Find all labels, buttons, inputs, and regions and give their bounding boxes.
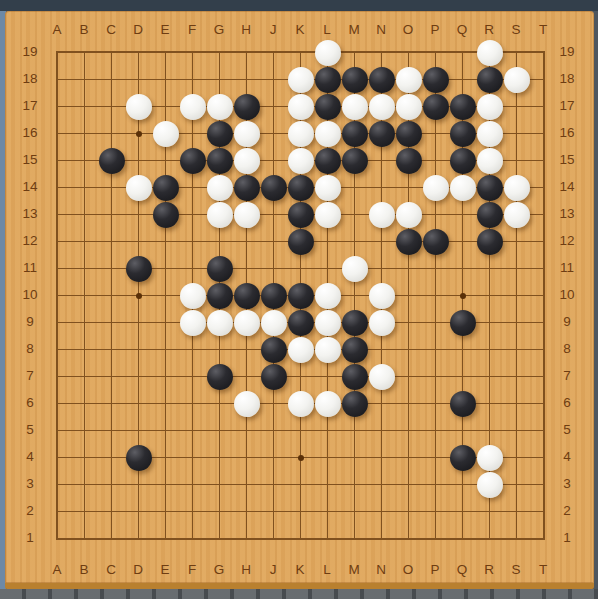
black-stone-M15: [342, 148, 368, 174]
col-label-top-Q: Q: [457, 23, 468, 37]
row-label-right-15: 15: [559, 153, 574, 167]
col-label-bottom-G: G: [214, 563, 225, 577]
black-stone-Q16: [450, 121, 476, 147]
black-stone-P12: [423, 229, 449, 255]
black-stone-G7: [207, 364, 233, 390]
row-label-left-5: 5: [26, 423, 34, 437]
white-stone-G13: [207, 202, 233, 228]
col-label-top-K: K: [295, 23, 304, 37]
row-label-left-8: 8: [26, 342, 34, 356]
white-stone-D14: [126, 175, 152, 201]
white-stone-L13: [315, 202, 341, 228]
black-stone-G15: [207, 148, 233, 174]
black-stone-J7: [261, 364, 287, 390]
black-stone-Q9: [450, 310, 476, 336]
black-stone-E14: [153, 175, 179, 201]
black-stone-K12: [288, 229, 314, 255]
black-stone-R12: [477, 229, 503, 255]
black-stone-H10: [234, 283, 260, 309]
col-label-top-B: B: [79, 23, 88, 37]
white-stone-N7: [369, 364, 395, 390]
black-stone-E13: [153, 202, 179, 228]
col-label-top-L: L: [323, 23, 331, 37]
black-stone-P18: [423, 67, 449, 93]
black-stone-Q17: [450, 94, 476, 120]
white-stone-F9: [180, 310, 206, 336]
black-stone-O16: [396, 121, 422, 147]
white-stone-K16: [288, 121, 314, 147]
go-board[interactable]: AABBCCDDEEFFGGHHJJKKLLMMNNOOPPQQRRSSTT19…: [0, 0, 598, 599]
col-label-top-M: M: [348, 23, 359, 37]
white-stone-R16: [477, 121, 503, 147]
black-stone-C15: [99, 148, 125, 174]
row-label-right-14: 14: [559, 180, 574, 194]
white-stone-H15: [234, 148, 260, 174]
black-stone-D4: [126, 445, 152, 471]
col-label-top-S: S: [511, 23, 520, 37]
col-label-bottom-S: S: [511, 563, 520, 577]
white-stone-N10: [369, 283, 395, 309]
black-stone-N18: [369, 67, 395, 93]
col-label-bottom-Q: Q: [457, 563, 468, 577]
black-stone-G16: [207, 121, 233, 147]
white-stone-R19: [477, 40, 503, 66]
row-label-right-10: 10: [559, 288, 574, 302]
row-label-left-12: 12: [22, 234, 37, 248]
white-stone-R17: [477, 94, 503, 120]
col-label-bottom-T: T: [539, 563, 547, 577]
col-label-bottom-L: L: [323, 563, 331, 577]
black-stone-F15: [180, 148, 206, 174]
col-label-top-C: C: [106, 23, 116, 37]
col-label-top-O: O: [403, 23, 414, 37]
row-label-left-3: 3: [26, 477, 34, 491]
white-stone-K17: [288, 94, 314, 120]
col-label-top-G: G: [214, 23, 225, 37]
white-stone-H13: [234, 202, 260, 228]
row-label-right-9: 9: [563, 315, 571, 329]
col-label-bottom-M: M: [348, 563, 359, 577]
screenshot-root: AABBCCDDEEFFGGHHJJKKLLMMNNOOPPQQRRSSTT19…: [0, 0, 598, 599]
row-label-left-6: 6: [26, 396, 34, 410]
star-point-K4: [298, 455, 304, 461]
row-label-right-6: 6: [563, 396, 571, 410]
white-stone-H16: [234, 121, 260, 147]
row-label-right-8: 8: [563, 342, 571, 356]
col-label-top-R: R: [484, 23, 494, 37]
white-stone-L19: [315, 40, 341, 66]
black-stone-G10: [207, 283, 233, 309]
col-label-bottom-F: F: [188, 563, 196, 577]
black-stone-L18: [315, 67, 341, 93]
col-label-bottom-D: D: [133, 563, 143, 577]
white-stone-Q14: [450, 175, 476, 201]
white-stone-S14: [504, 175, 530, 201]
black-stone-L15: [315, 148, 341, 174]
col-label-bottom-P: P: [430, 563, 439, 577]
col-label-top-N: N: [376, 23, 386, 37]
star-point-D10: [136, 293, 142, 299]
col-label-top-T: T: [539, 23, 547, 37]
white-stone-G14: [207, 175, 233, 201]
row-label-left-13: 13: [22, 207, 37, 221]
black-stone-M9: [342, 310, 368, 336]
white-stone-S18: [504, 67, 530, 93]
black-stone-M6: [342, 391, 368, 417]
black-stone-D11: [126, 256, 152, 282]
black-stone-Q4: [450, 445, 476, 471]
black-stone-G11: [207, 256, 233, 282]
white-stone-K8: [288, 337, 314, 363]
white-stone-L16: [315, 121, 341, 147]
row-label-left-11: 11: [23, 261, 37, 275]
white-stone-N9: [369, 310, 395, 336]
black-stone-K14: [288, 175, 314, 201]
row-label-right-3: 3: [563, 477, 571, 491]
row-label-right-2: 2: [563, 504, 571, 518]
black-stone-J14: [261, 175, 287, 201]
white-stone-O13: [396, 202, 422, 228]
white-stone-J9: [261, 310, 287, 336]
white-stone-L6: [315, 391, 341, 417]
white-stone-K15: [288, 148, 314, 174]
row-label-left-7: 7: [26, 369, 34, 383]
col-label-bottom-A: A: [52, 563, 61, 577]
black-stone-J8: [261, 337, 287, 363]
star-point-Q10: [460, 293, 466, 299]
black-stone-H14: [234, 175, 260, 201]
white-stone-R3: [477, 472, 503, 498]
col-label-bottom-N: N: [376, 563, 386, 577]
black-stone-M18: [342, 67, 368, 93]
col-label-top-F: F: [188, 23, 196, 37]
black-stone-Q15: [450, 148, 476, 174]
row-label-left-2: 2: [26, 504, 34, 518]
black-stone-M16: [342, 121, 368, 147]
white-stone-R4: [477, 445, 503, 471]
white-stone-D17: [126, 94, 152, 120]
black-stone-K13: [288, 202, 314, 228]
row-label-left-14: 14: [22, 180, 37, 194]
row-label-right-12: 12: [559, 234, 574, 248]
white-stone-R15: [477, 148, 503, 174]
col-label-top-D: D: [133, 23, 143, 37]
row-label-right-5: 5: [563, 423, 571, 437]
col-label-bottom-E: E: [160, 563, 169, 577]
row-label-left-10: 10: [22, 288, 37, 302]
row-label-right-11: 11: [560, 261, 574, 275]
col-label-top-P: P: [430, 23, 439, 37]
col-label-top-J: J: [270, 23, 277, 37]
black-stone-O15: [396, 148, 422, 174]
col-label-top-E: E: [160, 23, 169, 37]
black-stone-K9: [288, 310, 314, 336]
row-label-right-18: 18: [559, 72, 574, 86]
white-stone-M11: [342, 256, 368, 282]
row-label-left-19: 19: [22, 45, 37, 59]
row-label-left-18: 18: [22, 72, 37, 86]
row-label-left-4: 4: [26, 450, 34, 464]
black-stone-K10: [288, 283, 314, 309]
black-stone-R14: [477, 175, 503, 201]
star-point-D16: [136, 131, 142, 137]
row-label-left-15: 15: [22, 153, 37, 167]
white-stone-E16: [153, 121, 179, 147]
white-stone-K18: [288, 67, 314, 93]
black-stone-H17: [234, 94, 260, 120]
white-stone-F17: [180, 94, 206, 120]
black-stone-Q6: [450, 391, 476, 417]
white-stone-N13: [369, 202, 395, 228]
black-stone-M7: [342, 364, 368, 390]
row-label-right-17: 17: [559, 99, 574, 113]
white-stone-M17: [342, 94, 368, 120]
white-stone-S13: [504, 202, 530, 228]
white-stone-N17: [369, 94, 395, 120]
black-stone-R18: [477, 67, 503, 93]
col-label-bottom-B: B: [79, 563, 88, 577]
white-stone-O18: [396, 67, 422, 93]
black-stone-O12: [396, 229, 422, 255]
col-label-bottom-K: K: [295, 563, 304, 577]
col-label-top-H: H: [241, 23, 251, 37]
white-stone-L8: [315, 337, 341, 363]
row-label-left-9: 9: [26, 315, 34, 329]
row-label-left-16: 16: [22, 126, 37, 140]
col-label-bottom-H: H: [241, 563, 251, 577]
row-label-right-16: 16: [559, 126, 574, 140]
row-label-left-1: 1: [26, 531, 34, 545]
col-label-bottom-J: J: [270, 563, 277, 577]
black-stone-R13: [477, 202, 503, 228]
row-label-left-17: 17: [22, 99, 37, 113]
row-label-right-4: 4: [563, 450, 571, 464]
col-label-bottom-C: C: [106, 563, 116, 577]
col-label-top-A: A: [52, 23, 61, 37]
white-stone-H9: [234, 310, 260, 336]
col-label-bottom-R: R: [484, 563, 494, 577]
black-stone-L17: [315, 94, 341, 120]
white-stone-G17: [207, 94, 233, 120]
white-stone-P14: [423, 175, 449, 201]
white-stone-L9: [315, 310, 341, 336]
row-label-right-19: 19: [559, 45, 574, 59]
row-label-right-7: 7: [563, 369, 571, 383]
white-stone-K6: [288, 391, 314, 417]
white-stone-H6: [234, 391, 260, 417]
white-stone-O17: [396, 94, 422, 120]
row-label-right-13: 13: [559, 207, 574, 221]
white-stone-L14: [315, 175, 341, 201]
white-stone-F10: [180, 283, 206, 309]
black-stone-P17: [423, 94, 449, 120]
white-stone-L10: [315, 283, 341, 309]
black-stone-M8: [342, 337, 368, 363]
black-stone-N16: [369, 121, 395, 147]
col-label-bottom-O: O: [403, 563, 414, 577]
row-label-right-1: 1: [563, 531, 571, 545]
white-stone-G9: [207, 310, 233, 336]
black-stone-J10: [261, 283, 287, 309]
